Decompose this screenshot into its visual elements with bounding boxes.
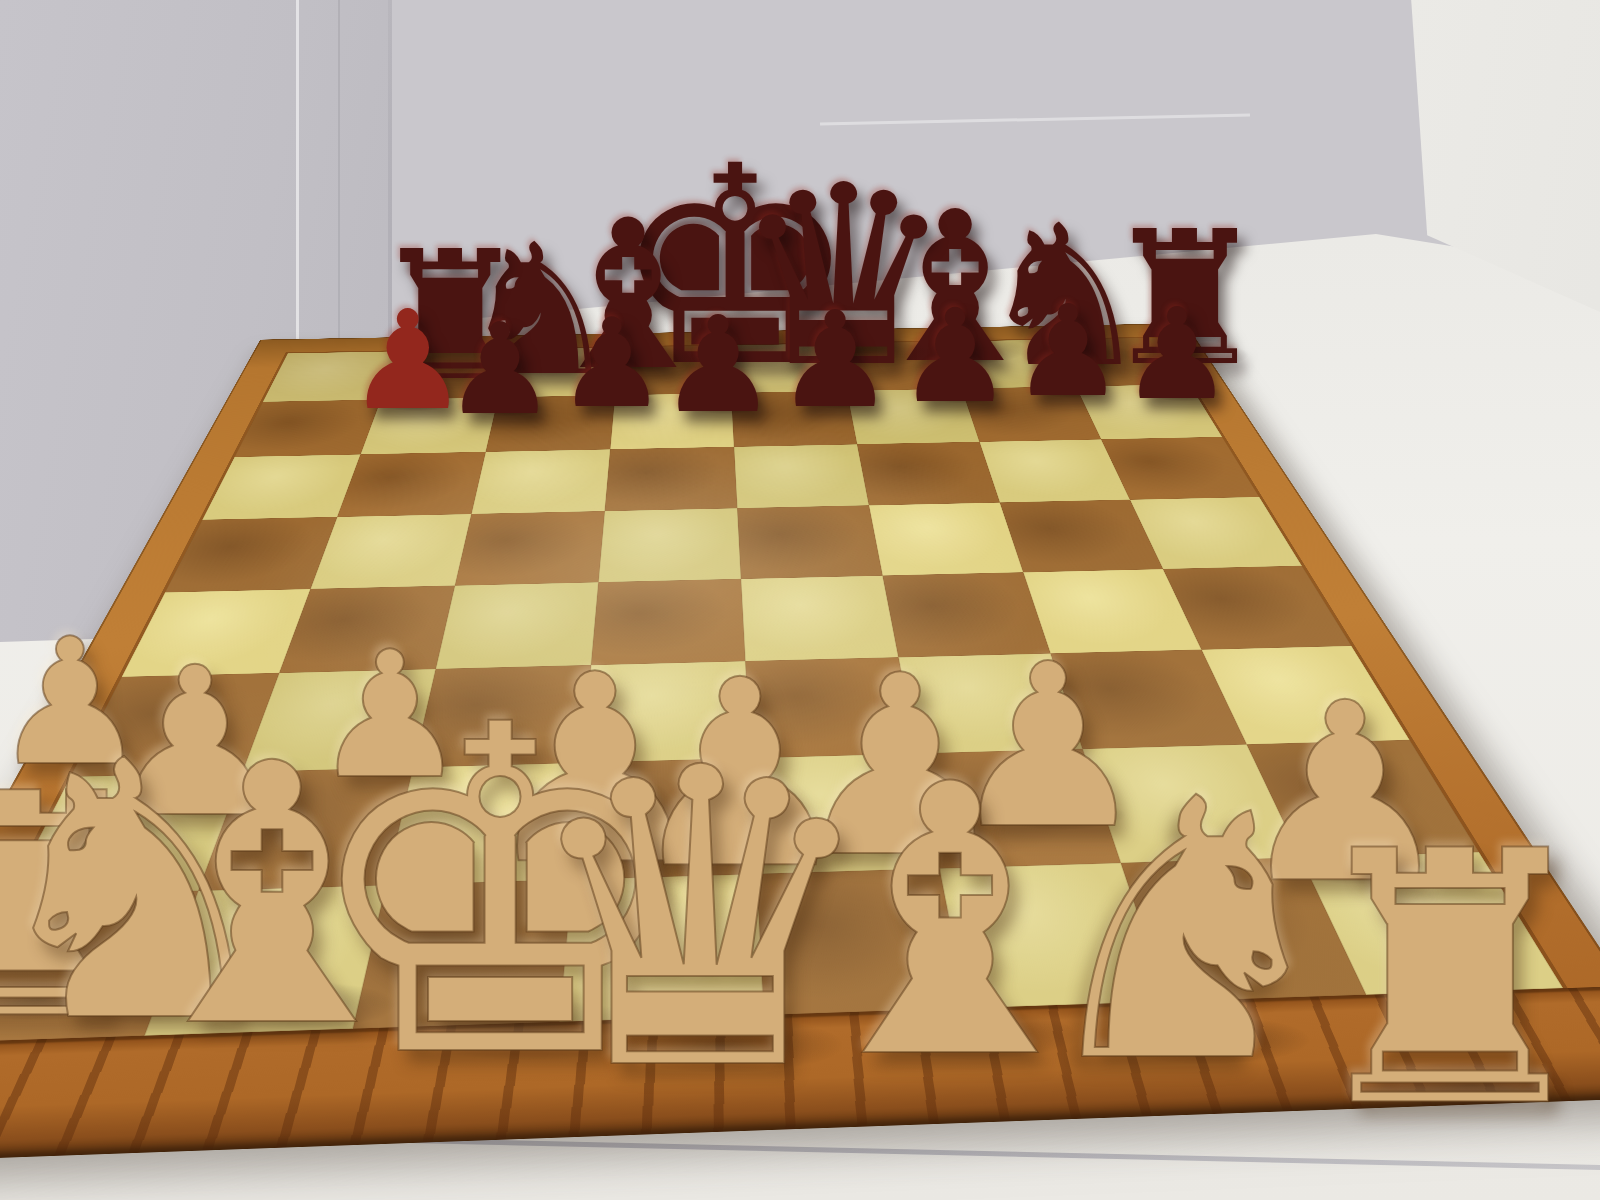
square-a5[interactable] xyxy=(165,517,337,592)
square-h8[interactable] xyxy=(1054,338,1190,387)
square-b7[interactable] xyxy=(361,397,499,454)
photo-scene: ♚♝♛♞♜♝♞♜♟♟♟♟♟♟♟♟♟♟♟♟♟♟♟♟♜♞♝♚♝♞♛♜ xyxy=(0,0,1600,1200)
square-b5[interactable] xyxy=(310,514,471,589)
wall-seam-line xyxy=(820,113,1250,125)
square-d8[interactable] xyxy=(615,345,731,395)
square-d3[interactable] xyxy=(582,661,750,763)
square-e3[interactable] xyxy=(745,657,917,758)
square-h7[interactable] xyxy=(1076,384,1222,439)
square-f4[interactable] xyxy=(883,572,1051,657)
square-d2[interactable] xyxy=(572,758,756,879)
square-b6[interactable] xyxy=(337,452,485,517)
square-e5[interactable] xyxy=(737,505,882,579)
square-c7[interactable] xyxy=(486,395,615,452)
square-d5[interactable] xyxy=(598,508,741,582)
square-a6[interactable] xyxy=(202,454,360,519)
square-f5[interactable] xyxy=(869,503,1023,576)
square-a4[interactable] xyxy=(122,589,311,677)
square-c5[interactable] xyxy=(455,511,605,585)
square-d1[interactable] xyxy=(559,874,764,1022)
square-e4[interactable] xyxy=(741,576,898,662)
square-c8[interactable] xyxy=(498,347,619,397)
square-a8[interactable] xyxy=(263,351,399,402)
square-e8[interactable] xyxy=(729,343,847,393)
square-c3[interactable] xyxy=(413,665,591,767)
square-g7[interactable] xyxy=(962,386,1102,441)
square-g8[interactable] xyxy=(946,340,1076,389)
square-h6[interactable] xyxy=(1101,437,1259,500)
square-c6[interactable] xyxy=(471,449,610,514)
square-d6[interactable] xyxy=(605,447,738,511)
square-d7[interactable] xyxy=(610,393,734,449)
square-e7[interactable] xyxy=(731,391,857,447)
square-c1[interactable] xyxy=(353,880,572,1029)
square-a7[interactable] xyxy=(235,400,381,457)
square-c4[interactable] xyxy=(436,582,599,669)
square-b8[interactable] xyxy=(381,349,509,399)
square-e2[interactable] xyxy=(750,753,939,873)
square-f7[interactable] xyxy=(847,389,980,445)
square-d4[interactable] xyxy=(591,579,745,665)
square-f6[interactable] xyxy=(857,442,1000,506)
square-e1[interactable] xyxy=(757,868,967,1015)
square-f8[interactable] xyxy=(838,341,962,390)
square-e6[interactable] xyxy=(734,444,869,508)
square-c2[interactable] xyxy=(386,763,582,885)
